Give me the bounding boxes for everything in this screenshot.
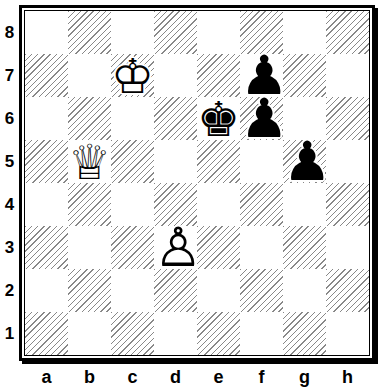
black-king: ♚♚ [197, 97, 240, 140]
square-e2[interactable] [197, 269, 240, 312]
rank-label-2: 2 [0, 269, 19, 312]
square-g3[interactable] [283, 226, 326, 269]
square-h2[interactable] [326, 269, 369, 312]
square-g4[interactable] [283, 183, 326, 226]
chess-board-diagram: 87654321 ♚♔♟♟♚♚♟♟♛♕♟♟♟♙ abcdefgh [0, 0, 384, 388]
square-b4[interactable] [68, 183, 111, 226]
black-pawn-glyph: ♟ [283, 135, 326, 189]
square-h3[interactable] [326, 226, 369, 269]
file-label-h: h [326, 367, 369, 388]
square-a3[interactable] [25, 226, 68, 269]
square-b5[interactable]: ♛♕ [68, 140, 111, 183]
square-f2[interactable] [240, 269, 283, 312]
file-label-b: b [68, 367, 111, 388]
square-d1[interactable] [154, 312, 197, 355]
square-g1[interactable] [283, 312, 326, 355]
square-b8[interactable] [68, 11, 111, 54]
square-d2[interactable] [154, 269, 197, 312]
file-labels: abcdefgh [25, 367, 369, 388]
rank-label-6: 6 [0, 97, 19, 140]
square-f4[interactable] [240, 183, 283, 226]
square-d6[interactable] [154, 97, 197, 140]
square-g2[interactable] [283, 269, 326, 312]
file-label-f: f [240, 367, 283, 388]
square-c5[interactable] [111, 140, 154, 183]
square-a4[interactable] [25, 183, 68, 226]
black-pawn-glyph: ♟ [240, 92, 283, 146]
square-c2[interactable] [111, 269, 154, 312]
square-h1[interactable] [326, 312, 369, 355]
square-b3[interactable] [68, 226, 111, 269]
file-label-d: d [154, 367, 197, 388]
file-label-a: a [25, 367, 68, 388]
square-a2[interactable] [25, 269, 68, 312]
square-h5[interactable] [326, 140, 369, 183]
square-c1[interactable] [111, 312, 154, 355]
file-label-g: g [283, 367, 326, 388]
square-e5[interactable] [197, 140, 240, 183]
rank-label-8: 8 [0, 11, 19, 54]
board-grid: ♚♔♟♟♚♚♟♟♛♕♟♟♟♙ [25, 11, 369, 355]
square-a5[interactable] [25, 140, 68, 183]
square-g5[interactable]: ♟♟ [283, 140, 326, 183]
board-frame: ♚♔♟♟♚♚♟♟♛♕♟♟♟♙ [19, 5, 375, 361]
rank-label-1: 1 [0, 312, 19, 355]
square-h6[interactable] [326, 97, 369, 140]
square-b7[interactable] [68, 54, 111, 97]
square-f3[interactable] [240, 226, 283, 269]
square-d7[interactable] [154, 54, 197, 97]
square-c4[interactable] [111, 183, 154, 226]
file-label-c: c [111, 367, 154, 388]
white-queen: ♛♕ [68, 140, 111, 183]
square-c7[interactable]: ♚♔ [111, 54, 154, 97]
rank-label-5: 5 [0, 140, 19, 183]
rank-label-3: 3 [0, 226, 19, 269]
square-h7[interactable] [326, 54, 369, 97]
square-a8[interactable] [25, 11, 68, 54]
square-c6[interactable] [111, 97, 154, 140]
white-pawn-glyph: ♙ [154, 221, 197, 275]
square-e3[interactable] [197, 226, 240, 269]
white-king: ♚♔ [111, 54, 154, 97]
square-e6[interactable]: ♚♚ [197, 97, 240, 140]
black-king-glyph: ♚ [197, 95, 240, 143]
square-f1[interactable] [240, 312, 283, 355]
board-inner-border: ♚♔♟♟♚♚♟♟♛♕♟♟♟♙ [24, 10, 370, 356]
square-g7[interactable] [283, 54, 326, 97]
square-g8[interactable] [283, 11, 326, 54]
rank-labels: 87654321 [0, 11, 19, 355]
white-pawn: ♟♙ [154, 226, 197, 269]
white-king-glyph: ♔ [111, 52, 154, 100]
square-d3[interactable]: ♟♙ [154, 226, 197, 269]
square-d8[interactable] [154, 11, 197, 54]
square-e8[interactable] [197, 11, 240, 54]
white-queen-glyph: ♕ [68, 138, 111, 186]
square-e1[interactable] [197, 312, 240, 355]
square-b1[interactable] [68, 312, 111, 355]
file-label-e: e [197, 367, 240, 388]
rank-label-7: 7 [0, 54, 19, 97]
square-h4[interactable] [326, 183, 369, 226]
square-a7[interactable] [25, 54, 68, 97]
black-pawn: ♟♟ [240, 97, 283, 140]
square-a6[interactable] [25, 97, 68, 140]
square-f6[interactable]: ♟♟ [240, 97, 283, 140]
square-b2[interactable] [68, 269, 111, 312]
square-f5[interactable] [240, 140, 283, 183]
square-h8[interactable] [326, 11, 369, 54]
square-c3[interactable] [111, 226, 154, 269]
square-a1[interactable] [25, 312, 68, 355]
rank-label-4: 4 [0, 183, 19, 226]
black-pawn: ♟♟ [283, 140, 326, 183]
square-d5[interactable] [154, 140, 197, 183]
square-e4[interactable] [197, 183, 240, 226]
